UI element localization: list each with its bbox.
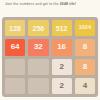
empty-cell [5, 78, 25, 94]
tile-256: 256 [28, 20, 48, 36]
tile-64: 64 [5, 39, 25, 55]
empty-cell [5, 59, 25, 75]
empty-cell [28, 78, 48, 94]
game-board[interactable]: 128256512102464321682824 [2, 17, 98, 97]
tile-2: 2 [52, 59, 72, 75]
empty-cell [28, 59, 48, 75]
tile-512: 512 [52, 20, 72, 36]
tile-8: 8 [75, 59, 95, 75]
tile-2: 2 [52, 78, 72, 94]
tile-8: 8 [75, 39, 95, 55]
tile-32: 32 [28, 39, 48, 55]
tile-4: 4 [75, 78, 95, 94]
tile-1024: 1024 [75, 20, 95, 36]
tile-16: 16 [52, 39, 72, 55]
intro-text-goal: 2048 tile! [60, 2, 76, 6]
app-container: Join the numbers and get to the 2048 til… [0, 0, 100, 100]
intro-text: Join the numbers and get to the 2048 til… [5, 2, 76, 7]
tile-128: 128 [5, 20, 25, 36]
intro-text-plain: Join the numbers and get to the [5, 2, 60, 6]
